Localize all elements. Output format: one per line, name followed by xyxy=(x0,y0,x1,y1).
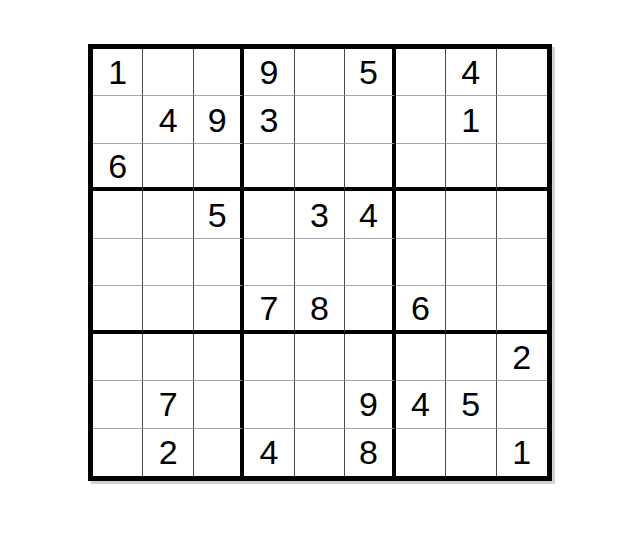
cell-r7c3[interactable] xyxy=(194,334,244,381)
cell-r6c6[interactable] xyxy=(345,286,395,333)
cell-r9c8[interactable] xyxy=(446,429,496,476)
cell-r6c1[interactable] xyxy=(93,286,143,333)
cell-r8c5[interactable] xyxy=(295,381,345,428)
cell-r9c7[interactable] xyxy=(396,429,446,476)
cell-r4c9[interactable] xyxy=(497,191,547,238)
cell-r8c6[interactable]: 9 xyxy=(345,381,395,428)
cell-r2c2[interactable]: 4 xyxy=(143,96,193,143)
cell-r3c4[interactable] xyxy=(244,144,294,191)
cell-r4c6[interactable]: 4 xyxy=(345,191,395,238)
cell-r8c4[interactable] xyxy=(244,381,294,428)
cell-r1c8[interactable]: 4 xyxy=(446,49,496,96)
cell-r5c1[interactable] xyxy=(93,239,143,286)
cell-r5c4[interactable] xyxy=(244,239,294,286)
cell-r2c7[interactable] xyxy=(396,96,446,143)
cell-r2c4[interactable]: 3 xyxy=(244,96,294,143)
cell-r2c6[interactable] xyxy=(345,96,395,143)
cell-r6c2[interactable] xyxy=(143,286,193,333)
cell-r5c3[interactable] xyxy=(194,239,244,286)
cell-r4c5[interactable]: 3 xyxy=(295,191,345,238)
cell-r1c3[interactable] xyxy=(194,49,244,96)
cell-r3c9[interactable] xyxy=(497,144,547,191)
cell-r1c7[interactable] xyxy=(396,49,446,96)
cell-r3c3[interactable] xyxy=(194,144,244,191)
cell-r7c9[interactable]: 2 xyxy=(497,334,547,381)
cell-r6c5[interactable]: 8 xyxy=(295,286,345,333)
cell-r8c3[interactable] xyxy=(194,381,244,428)
sudoku-board: 195449316534786279452481 xyxy=(88,44,552,481)
cell-r1c1[interactable]: 1 xyxy=(93,49,143,96)
cell-r9c4[interactable]: 4 xyxy=(244,429,294,476)
cell-r6c8[interactable] xyxy=(446,286,496,333)
cell-r5c9[interactable] xyxy=(497,239,547,286)
cell-r1c5[interactable] xyxy=(295,49,345,96)
cell-r3c6[interactable] xyxy=(345,144,395,191)
cell-r5c5[interactable] xyxy=(295,239,345,286)
cell-r7c2[interactable] xyxy=(143,334,193,381)
cell-r9c2[interactable]: 2 xyxy=(143,429,193,476)
cell-r9c6[interactable]: 8 xyxy=(345,429,395,476)
cell-r4c2[interactable] xyxy=(143,191,193,238)
cell-r8c1[interactable] xyxy=(93,381,143,428)
cell-r7c4[interactable] xyxy=(244,334,294,381)
cell-r5c7[interactable] xyxy=(396,239,446,286)
cell-r4c4[interactable] xyxy=(244,191,294,238)
cell-r7c1[interactable] xyxy=(93,334,143,381)
cell-r4c8[interactable] xyxy=(446,191,496,238)
cell-r1c2[interactable] xyxy=(143,49,193,96)
cell-r6c4[interactable]: 7 xyxy=(244,286,294,333)
cell-r3c1[interactable]: 6 xyxy=(93,144,143,191)
cell-r8c7[interactable]: 4 xyxy=(396,381,446,428)
cell-r2c5[interactable] xyxy=(295,96,345,143)
cell-r4c1[interactable] xyxy=(93,191,143,238)
cell-r4c3[interactable]: 5 xyxy=(194,191,244,238)
cell-r3c7[interactable] xyxy=(396,144,446,191)
cell-r8c8[interactable]: 5 xyxy=(446,381,496,428)
cell-r7c5[interactable] xyxy=(295,334,345,381)
cell-r1c9[interactable] xyxy=(497,49,547,96)
cell-r6c9[interactable] xyxy=(497,286,547,333)
cell-r4c7[interactable] xyxy=(396,191,446,238)
cell-r7c6[interactable] xyxy=(345,334,395,381)
cell-r2c9[interactable] xyxy=(497,96,547,143)
cell-r3c2[interactable] xyxy=(143,144,193,191)
cell-r5c6[interactable] xyxy=(345,239,395,286)
cell-r8c2[interactable]: 7 xyxy=(143,381,193,428)
cell-r8c9[interactable] xyxy=(497,381,547,428)
cell-r5c8[interactable] xyxy=(446,239,496,286)
cell-r7c8[interactable] xyxy=(446,334,496,381)
cell-r9c3[interactable] xyxy=(194,429,244,476)
cell-r9c1[interactable] xyxy=(93,429,143,476)
cell-r9c9[interactable]: 1 xyxy=(497,429,547,476)
cell-r2c3[interactable]: 9 xyxy=(194,96,244,143)
cell-r7c7[interactable] xyxy=(396,334,446,381)
cell-r1c4[interactable]: 9 xyxy=(244,49,294,96)
cell-r3c5[interactable] xyxy=(295,144,345,191)
cell-r6c3[interactable] xyxy=(194,286,244,333)
cell-r9c5[interactable] xyxy=(295,429,345,476)
cell-r6c7[interactable]: 6 xyxy=(396,286,446,333)
cell-r2c8[interactable]: 1 xyxy=(446,96,496,143)
cell-r5c2[interactable] xyxy=(143,239,193,286)
cell-r3c8[interactable] xyxy=(446,144,496,191)
cell-r1c6[interactable]: 5 xyxy=(345,49,395,96)
cell-r2c1[interactable] xyxy=(93,96,143,143)
sudoku-page: 195449316534786279452481 xyxy=(0,0,640,540)
